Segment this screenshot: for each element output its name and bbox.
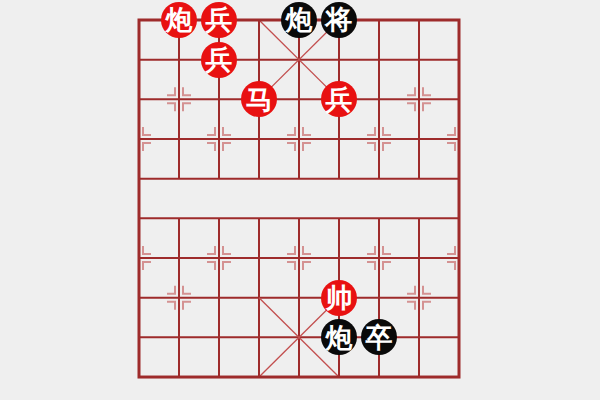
xiangqi-diagram: 炮兵炮将兵马兵帅炮卒	[0, 0, 600, 400]
piece-black-soldier[interactable]: 卒	[361, 319, 397, 355]
piece-red-soldier[interactable]: 兵	[321, 81, 357, 117]
piece-red-horse[interactable]: 马	[241, 81, 277, 117]
piece-red-general[interactable]: 帅	[321, 280, 357, 316]
piece-black-general[interactable]: 将	[321, 2, 357, 38]
piece-red-soldier[interactable]: 兵	[201, 42, 237, 78]
piece-black-cannon[interactable]: 炮	[321, 319, 357, 355]
piece-red-soldier[interactable]: 兵	[201, 2, 237, 38]
piece-black-cannon[interactable]: 炮	[281, 2, 317, 38]
board-pieces-grid: 炮兵炮将兵马兵帅炮卒	[119, 0, 479, 397]
piece-red-cannon[interactable]: 炮	[161, 2, 197, 38]
